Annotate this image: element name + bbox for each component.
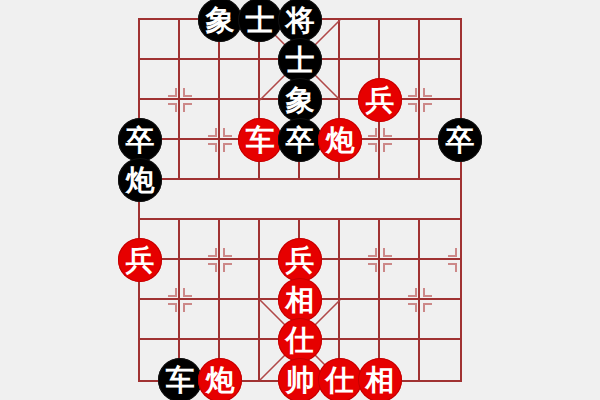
black-pawn[interactable]: 卒 bbox=[278, 118, 322, 162]
black-elephant[interactable]: 象 bbox=[278, 78, 322, 122]
board-cell[interactable] bbox=[380, 300, 420, 340]
black-chariot[interactable]: 车 bbox=[158, 358, 202, 400]
board-cell[interactable] bbox=[220, 220, 260, 260]
board-cell[interactable] bbox=[220, 300, 260, 340]
board-cell[interactable] bbox=[180, 300, 220, 340]
board-cell[interactable] bbox=[380, 260, 420, 300]
black-advisor[interactable]: 士 bbox=[238, 0, 282, 42]
red-elephant[interactable]: 相 bbox=[358, 358, 402, 400]
board-cell[interactable] bbox=[420, 260, 460, 300]
board-cell[interactable] bbox=[180, 220, 220, 260]
board-cell[interactable] bbox=[420, 340, 460, 380]
red-general[interactable]: 帅 bbox=[278, 358, 322, 400]
black-elephant[interactable]: 象 bbox=[198, 0, 242, 42]
red-pawn[interactable]: 兵 bbox=[118, 238, 162, 282]
board-cell[interactable] bbox=[140, 300, 180, 340]
red-pawn[interactable]: 兵 bbox=[278, 238, 322, 282]
board-cell[interactable] bbox=[420, 220, 460, 260]
board-cell[interactable] bbox=[380, 140, 420, 180]
board-cell[interactable] bbox=[300, 180, 340, 220]
black-cannon[interactable]: 炮 bbox=[118, 158, 162, 202]
board-cell[interactable] bbox=[140, 60, 180, 100]
red-cannon[interactable]: 炮 bbox=[198, 358, 242, 400]
board-cell[interactable] bbox=[340, 300, 380, 340]
board-cell[interactable] bbox=[180, 100, 220, 140]
board-cell[interactable] bbox=[340, 20, 380, 60]
board-cell[interactable] bbox=[420, 60, 460, 100]
xiangqi-board: 象士将士象兵卒车卒炮卒炮兵兵相仕车炮帅仕相 bbox=[140, 20, 460, 380]
board-cell[interactable] bbox=[380, 220, 420, 260]
board-cell[interactable] bbox=[180, 60, 220, 100]
board-cell[interactable] bbox=[340, 180, 380, 220]
board-cell[interactable] bbox=[220, 60, 260, 100]
board-cell[interactable] bbox=[380, 180, 420, 220]
red-elephant[interactable]: 相 bbox=[278, 278, 322, 322]
board-cell[interactable] bbox=[180, 140, 220, 180]
board-cell[interactable] bbox=[380, 20, 420, 60]
board-cell[interactable] bbox=[340, 220, 380, 260]
red-advisor[interactable]: 仕 bbox=[318, 358, 362, 400]
black-advisor[interactable]: 士 bbox=[278, 38, 322, 82]
red-advisor[interactable]: 仕 bbox=[278, 318, 322, 362]
board-cell[interactable] bbox=[260, 180, 300, 220]
black-pawn[interactable]: 卒 bbox=[118, 118, 162, 162]
board-cell[interactable] bbox=[420, 300, 460, 340]
page: 象士将士象兵卒车卒炮卒炮兵兵相仕车炮帅仕相 bbox=[0, 0, 600, 400]
black-general[interactable]: 将 bbox=[278, 0, 322, 42]
board-cell[interactable] bbox=[140, 20, 180, 60]
red-chariot[interactable]: 车 bbox=[238, 118, 282, 162]
black-pawn[interactable]: 卒 bbox=[438, 118, 482, 162]
red-pawn[interactable]: 兵 bbox=[358, 78, 402, 122]
board-cell[interactable] bbox=[180, 260, 220, 300]
board-cell[interactable] bbox=[220, 260, 260, 300]
board-cell[interactable] bbox=[420, 20, 460, 60]
board-cell[interactable] bbox=[340, 260, 380, 300]
board-cell[interactable] bbox=[220, 180, 260, 220]
board-cell[interactable] bbox=[420, 180, 460, 220]
board-cell[interactable] bbox=[180, 180, 220, 220]
red-cannon[interactable]: 炮 bbox=[318, 118, 362, 162]
